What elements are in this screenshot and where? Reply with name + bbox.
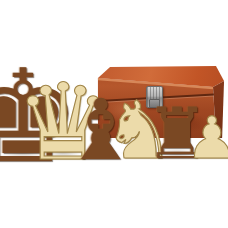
chess-set-photo: ♚ ♛ ♝ ♞ ♜ ♟	[0, 0, 228, 228]
piece-light-pawn: ♟	[186, 109, 228, 167]
